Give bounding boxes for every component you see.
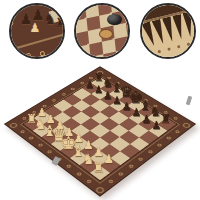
backgammon-point-icon — [172, 14, 186, 40]
brass-ring-icon — [181, 122, 191, 129]
brass-ring-icon — [66, 164, 72, 168]
dot-ornament — [187, 42, 191, 46]
product-photo: ♟ ♟ ♟ ♞ ♜ — [0, 0, 200, 200]
brass-ring-icon — [94, 185, 105, 193]
brass-ring-icon — [11, 52, 17, 58]
brass-ring-icon — [147, 150, 153, 154]
backgammon-point-icon — [182, 12, 194, 38]
dot-ornament — [167, 47, 171, 51]
brass-ring-icon — [128, 164, 134, 168]
black-checker-icon — [107, 14, 122, 25]
brass-ring-icon — [118, 172, 124, 176]
inset-checkers-closeup — [74, 3, 130, 59]
brass-ring-icon — [138, 157, 144, 161]
inset-chess-closeup: ♟ ♟ ♟ ♞ ♜ — [9, 3, 65, 59]
brass-ring-icon — [47, 150, 53, 154]
latch-icon — [186, 96, 193, 106]
brass-ring-icon — [39, 51, 45, 57]
brass-ring-icon — [9, 20, 14, 26]
piece-black-pawn[interactable]: ♟ — [149, 120, 165, 131]
brass-ring-icon — [175, 130, 181, 134]
pawn-icon: ♟ — [28, 22, 42, 34]
dot-ornament — [148, 52, 152, 56]
brass-ring-icon — [20, 130, 26, 134]
brass-ring-icon — [157, 143, 163, 147]
brass-ring-icon — [166, 136, 172, 140]
wooden-checker-icon — [99, 29, 113, 39]
brass-ring-icon — [61, 93, 66, 96]
piece-white-rook[interactable]: ♜ — [90, 161, 106, 174]
brass-ring-icon — [70, 87, 75, 90]
board-frame-band — [74, 8, 77, 59]
dot-ornament — [157, 50, 161, 54]
rook-icon: ♜ — [54, 16, 65, 29]
backgammon-bg — [140, 3, 196, 59]
brass-ring-icon — [51, 99, 56, 102]
brass-ring-icon — [37, 143, 43, 147]
brass-ring-icon — [28, 136, 34, 140]
dot-ornament — [177, 45, 181, 49]
brass-ring-icon — [25, 52, 31, 58]
light-square — [57, 3, 65, 10]
brass-ring-icon — [173, 117, 179, 121]
black-checker-icon — [192, 3, 196, 6]
brass-ring-icon — [9, 122, 19, 129]
inset-backgammon-closeup — [140, 3, 196, 59]
brass-ring-icon — [86, 179, 92, 184]
brass-ring-icon — [108, 179, 114, 184]
brass-ring-icon — [76, 172, 82, 176]
